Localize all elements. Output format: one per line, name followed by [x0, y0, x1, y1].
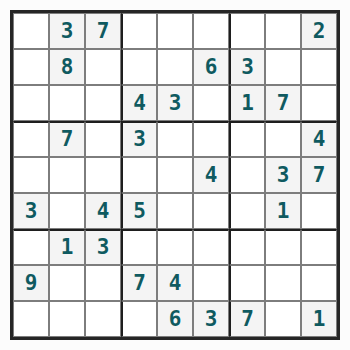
cell-r1c4[interactable] — [121, 13, 157, 49]
cell-r9c8[interactable] — [265, 301, 301, 337]
cell-r6c5[interactable] — [157, 193, 193, 229]
cell-r1c8[interactable] — [265, 13, 301, 49]
cell-r6c7[interactable] — [229, 193, 265, 229]
cell-r9c6[interactable]: 3 — [193, 301, 229, 337]
cell-r2c3[interactable] — [85, 49, 121, 85]
cell-r4c7[interactable] — [229, 121, 265, 157]
cell-r1c6[interactable] — [193, 13, 229, 49]
cell-r4c2[interactable]: 7 — [49, 121, 85, 157]
cell-r1c3[interactable]: 7 — [85, 13, 121, 49]
cell-r8c2[interactable] — [49, 265, 85, 301]
cell-r3c1[interactable] — [13, 85, 49, 121]
cell-r7c4[interactable] — [121, 229, 157, 265]
cell-r4c1[interactable] — [13, 121, 49, 157]
cell-r8c7[interactable] — [229, 265, 265, 301]
cell-r2c5[interactable] — [157, 49, 193, 85]
cell-r5c5[interactable] — [157, 157, 193, 193]
cell-r2c7[interactable]: 3 — [229, 49, 265, 85]
cell-r4c6[interactable] — [193, 121, 229, 157]
cell-r4c5[interactable] — [157, 121, 193, 157]
cell-r3c7[interactable]: 1 — [229, 85, 265, 121]
cell-r1c5[interactable] — [157, 13, 193, 49]
cell-r9c4[interactable] — [121, 301, 157, 337]
cell-r2c4[interactable] — [121, 49, 157, 85]
cell-r4c9[interactable]: 4 — [301, 121, 337, 157]
cell-r5c6[interactable]: 4 — [193, 157, 229, 193]
cell-r4c3[interactable] — [85, 121, 121, 157]
cell-r8c5[interactable]: 4 — [157, 265, 193, 301]
cell-r6c9[interactable] — [301, 193, 337, 229]
cell-r7c8[interactable] — [265, 229, 301, 265]
cell-r3c4[interactable]: 4 — [121, 85, 157, 121]
cell-r9c9[interactable]: 1 — [301, 301, 337, 337]
cell-r6c4[interactable]: 5 — [121, 193, 157, 229]
cell-r8c3[interactable] — [85, 265, 121, 301]
cell-r8c9[interactable] — [301, 265, 337, 301]
cell-r7c7[interactable] — [229, 229, 265, 265]
cell-r6c2[interactable] — [49, 193, 85, 229]
page: 37286343177344373451139746371 — [0, 0, 350, 350]
cell-r7c9[interactable] — [301, 229, 337, 265]
cell-r5c2[interactable] — [49, 157, 85, 193]
cell-r1c9[interactable]: 2 — [301, 13, 337, 49]
cell-r2c1[interactable] — [13, 49, 49, 85]
cell-r3c8[interactable]: 7 — [265, 85, 301, 121]
cell-r9c1[interactable] — [13, 301, 49, 337]
cell-r5c3[interactable] — [85, 157, 121, 193]
cell-r3c2[interactable] — [49, 85, 85, 121]
cell-r2c8[interactable] — [265, 49, 301, 85]
cell-r9c7[interactable]: 7 — [229, 301, 265, 337]
cell-r1c2[interactable]: 3 — [49, 13, 85, 49]
cell-r6c8[interactable]: 1 — [265, 193, 301, 229]
sudoku-board: 37286343177344373451139746371 — [10, 10, 340, 340]
cell-r5c7[interactable] — [229, 157, 265, 193]
cell-r6c3[interactable]: 4 — [85, 193, 121, 229]
cell-r3c3[interactable] — [85, 85, 121, 121]
cell-r1c7[interactable] — [229, 13, 265, 49]
cell-r3c5[interactable]: 3 — [157, 85, 193, 121]
cell-r2c2[interactable]: 8 — [49, 49, 85, 85]
cell-r7c5[interactable] — [157, 229, 193, 265]
cell-r9c3[interactable] — [85, 301, 121, 337]
cell-r8c8[interactable] — [265, 265, 301, 301]
cell-r3c6[interactable] — [193, 85, 229, 121]
cell-r7c6[interactable] — [193, 229, 229, 265]
cell-r4c4[interactable]: 3 — [121, 121, 157, 157]
cell-r8c4[interactable]: 7 — [121, 265, 157, 301]
cell-r8c6[interactable] — [193, 265, 229, 301]
cell-r6c1[interactable]: 3 — [13, 193, 49, 229]
cell-r5c8[interactable]: 3 — [265, 157, 301, 193]
cell-r7c2[interactable]: 1 — [49, 229, 85, 265]
cell-r9c2[interactable] — [49, 301, 85, 337]
cell-r5c1[interactable] — [13, 157, 49, 193]
cell-r3c9[interactable] — [301, 85, 337, 121]
cell-r9c5[interactable]: 6 — [157, 301, 193, 337]
cell-r1c1[interactable] — [13, 13, 49, 49]
cell-r6c6[interactable] — [193, 193, 229, 229]
cell-r5c9[interactable]: 7 — [301, 157, 337, 193]
cell-r4c8[interactable] — [265, 121, 301, 157]
cell-r8c1[interactable]: 9 — [13, 265, 49, 301]
cell-r2c9[interactable] — [301, 49, 337, 85]
cell-r5c4[interactable] — [121, 157, 157, 193]
cell-r7c3[interactable]: 3 — [85, 229, 121, 265]
cell-r2c6[interactable]: 6 — [193, 49, 229, 85]
cell-r7c1[interactable] — [13, 229, 49, 265]
